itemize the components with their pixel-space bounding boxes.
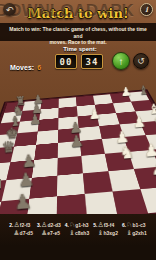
- board-square[interactable]: ♞: [105, 152, 134, 171]
- app-screen: DOWNLOADAPK ↶ i Match to win! Match to w…: [0, 0, 156, 260]
- black-move: ♝g2xh1: [126, 229, 147, 237]
- move-pair: 2.♙f2-f3♟d7-d5: [9, 221, 33, 260]
- board-square[interactable]: [113, 102, 135, 113]
- board-square[interactable]: ♛: [0, 147, 14, 165]
- board-square[interactable]: [93, 94, 113, 104]
- page-title: Match to win!: [0, 6, 156, 21]
- description-line-1: Match to win: The classic game of chess,…: [0, 26, 156, 39]
- move-pair: 5.♙f3-f4♝h3xg2: [93, 221, 118, 260]
- chess-board-3d-wrapper: ♜♞♛♚♝♞♜♟♟♟♟♟♟♟♟♟♞♟♟♟♟♟♟♜♝♛♚♝♝: [0, 42, 156, 217]
- info-button[interactable]: i: [140, 3, 153, 16]
- move-list: 2.♙f2-f3♟d7-d53.♙d2-d3♟e7-e54.♘g1-h3♝c8x…: [0, 214, 156, 260]
- back-arrow-icon: ↶: [6, 5, 14, 15]
- board-square[interactable]: [36, 130, 58, 145]
- move-pair: 4.♘g1-h3♝c8xh3: [65, 221, 89, 260]
- black-move: ♟d7-d5: [13, 229, 33, 237]
- move-pair: 3.♙d2-d3♟e7-e5: [37, 221, 61, 260]
- white-chess-piece[interactable]: ♟: [153, 176, 156, 202]
- board-square[interactable]: [76, 96, 95, 106]
- white-move: 3.♙d2-d3: [37, 221, 61, 229]
- white-chess-piece[interactable]: ♟: [145, 156, 156, 180]
- board-square[interactable]: [57, 156, 83, 176]
- board-square[interactable]: ♟: [110, 93, 131, 103]
- move-pair: 6.♘b1-c3♝g2xh1: [122, 221, 147, 260]
- black-move: ♟e7-e5: [41, 229, 61, 237]
- white-move: 5.♙f3-f4: [93, 221, 118, 229]
- board-square[interactable]: [81, 154, 108, 174]
- board-square[interactable]: [57, 173, 85, 196]
- black-chess-piece[interactable]: ♝: [134, 82, 153, 98]
- chess-board[interactable]: ♜♞♛♚♝♞♜♟♟♟♟♟♟♟♟♟♞♟♟♟♟♟♟♜♝♛♚♝♝: [0, 90, 156, 233]
- board-square[interactable]: [58, 106, 77, 118]
- board-square[interactable]: [59, 97, 77, 108]
- black-move: ♝h3xg2: [97, 229, 118, 237]
- white-move: 6.♘b1-c3: [122, 221, 147, 229]
- white-move: 2.♙f2-f3: [9, 221, 33, 229]
- black-chess-piece[interactable]: ♟: [65, 131, 89, 152]
- back-button[interactable]: ↶: [3, 3, 16, 16]
- black-move: ♝c8xh3: [69, 229, 89, 237]
- board-square[interactable]: ♟: [58, 141, 82, 158]
- info-icon: i: [145, 5, 148, 14]
- white-move: 4.♘g1-h3: [65, 221, 89, 229]
- mode-description: Match to win: The classic game of chess,…: [0, 23, 156, 41]
